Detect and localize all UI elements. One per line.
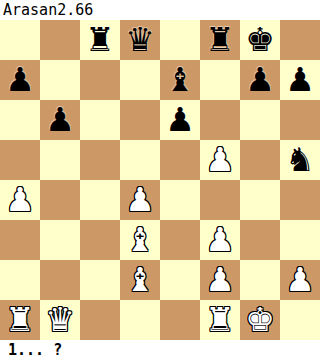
square-b2[interactable] xyxy=(40,260,80,300)
square-f8[interactable]: ♜ xyxy=(200,20,240,60)
square-g7[interactable]: ♟ xyxy=(240,60,280,100)
square-e1[interactable] xyxy=(160,300,200,340)
square-g6[interactable] xyxy=(240,100,280,140)
black-bishop[interactable]: ♝ xyxy=(165,60,195,100)
square-d6[interactable] xyxy=(120,100,160,140)
square-a4[interactable]: ♟ xyxy=(0,180,40,220)
white-rook[interactable]: ♜ xyxy=(205,300,235,340)
square-f1[interactable]: ♜ xyxy=(200,300,240,340)
black-pawn[interactable]: ♟ xyxy=(285,60,315,100)
square-h1[interactable] xyxy=(280,300,320,340)
white-pawn[interactable]: ♟ xyxy=(5,180,35,220)
square-e4[interactable] xyxy=(160,180,200,220)
square-e7[interactable]: ♝ xyxy=(160,60,200,100)
square-b4[interactable] xyxy=(40,180,80,220)
square-h4[interactable] xyxy=(280,180,320,220)
square-g8[interactable]: ♚ xyxy=(240,20,280,60)
black-pawn[interactable]: ♟ xyxy=(45,100,75,140)
square-d4[interactable]: ♟ xyxy=(120,180,160,220)
square-c4[interactable] xyxy=(80,180,120,220)
square-f7[interactable] xyxy=(200,60,240,100)
white-pawn[interactable]: ♟ xyxy=(125,180,155,220)
square-d1[interactable] xyxy=(120,300,160,340)
square-h6[interactable] xyxy=(280,100,320,140)
square-h7[interactable]: ♟ xyxy=(280,60,320,100)
square-c1[interactable] xyxy=(80,300,120,340)
white-pawn[interactable]: ♟ xyxy=(205,260,235,300)
square-f3[interactable]: ♟ xyxy=(200,220,240,260)
arasan-window: Arasan2.66 ♜♛♜♚♟♝♟♟♟♟♟♞♟♟♝♟♝♟♟♜♛♜♚ 1... … xyxy=(0,0,320,360)
square-g5[interactable] xyxy=(240,140,280,180)
square-c6[interactable] xyxy=(80,100,120,140)
square-b6[interactable]: ♟ xyxy=(40,100,80,140)
square-d3[interactable]: ♝ xyxy=(120,220,160,260)
move-prompt: 1... ? xyxy=(0,340,320,360)
white-pawn[interactable]: ♟ xyxy=(205,140,235,180)
square-b5[interactable] xyxy=(40,140,80,180)
white-bishop[interactable]: ♝ xyxy=(125,260,155,300)
square-a7[interactable]: ♟ xyxy=(0,60,40,100)
black-rook[interactable]: ♜ xyxy=(85,20,115,60)
square-d8[interactable]: ♛ xyxy=(120,20,160,60)
square-e6[interactable]: ♟ xyxy=(160,100,200,140)
black-pawn[interactable]: ♟ xyxy=(245,60,275,100)
square-h8[interactable] xyxy=(280,20,320,60)
square-b1[interactable]: ♛ xyxy=(40,300,80,340)
square-h3[interactable] xyxy=(280,220,320,260)
white-pawn[interactable]: ♟ xyxy=(285,260,315,300)
square-f2[interactable]: ♟ xyxy=(200,260,240,300)
white-pawn[interactable]: ♟ xyxy=(205,220,235,260)
square-a1[interactable]: ♜ xyxy=(0,300,40,340)
square-b7[interactable] xyxy=(40,60,80,100)
window-title: Arasan2.66 xyxy=(0,0,320,20)
white-queen[interactable]: ♛ xyxy=(45,300,75,340)
square-a6[interactable] xyxy=(0,100,40,140)
square-b8[interactable] xyxy=(40,20,80,60)
square-f5[interactable]: ♟ xyxy=(200,140,240,180)
square-a3[interactable] xyxy=(0,220,40,260)
square-f6[interactable] xyxy=(200,100,240,140)
square-c2[interactable] xyxy=(80,260,120,300)
square-e5[interactable] xyxy=(160,140,200,180)
square-e8[interactable] xyxy=(160,20,200,60)
black-pawn[interactable]: ♟ xyxy=(165,100,195,140)
black-pawn[interactable]: ♟ xyxy=(5,60,35,100)
square-a8[interactable] xyxy=(0,20,40,60)
square-h5[interactable]: ♞ xyxy=(280,140,320,180)
white-bishop[interactable]: ♝ xyxy=(125,220,155,260)
square-a2[interactable] xyxy=(0,260,40,300)
white-king[interactable]: ♚ xyxy=(245,300,275,340)
square-e2[interactable] xyxy=(160,260,200,300)
square-c5[interactable] xyxy=(80,140,120,180)
square-g1[interactable]: ♚ xyxy=(240,300,280,340)
square-g4[interactable] xyxy=(240,180,280,220)
black-king[interactable]: ♚ xyxy=(245,20,275,60)
square-d7[interactable] xyxy=(120,60,160,100)
square-c3[interactable] xyxy=(80,220,120,260)
square-c8[interactable]: ♜ xyxy=(80,20,120,60)
square-d5[interactable] xyxy=(120,140,160,180)
square-h2[interactable]: ♟ xyxy=(280,260,320,300)
square-d2[interactable]: ♝ xyxy=(120,260,160,300)
square-g2[interactable] xyxy=(240,260,280,300)
square-a5[interactable] xyxy=(0,140,40,180)
chess-board: ♜♛♜♚♟♝♟♟♟♟♟♞♟♟♝♟♝♟♟♜♛♜♚ xyxy=(0,20,320,340)
square-c7[interactable] xyxy=(80,60,120,100)
square-f4[interactable] xyxy=(200,180,240,220)
square-b3[interactable] xyxy=(40,220,80,260)
white-rook[interactable]: ♜ xyxy=(5,300,35,340)
square-g3[interactable] xyxy=(240,220,280,260)
black-rook[interactable]: ♜ xyxy=(205,20,235,60)
black-knight[interactable]: ♞ xyxy=(285,140,315,180)
black-queen[interactable]: ♛ xyxy=(125,20,155,60)
square-e3[interactable] xyxy=(160,220,200,260)
